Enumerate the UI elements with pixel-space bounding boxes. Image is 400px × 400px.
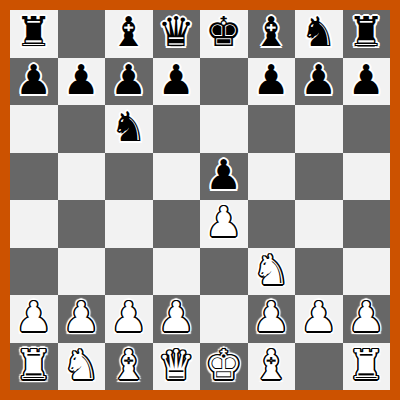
square-c7[interactable]: ♟: [105, 58, 153, 106]
black-rook[interactable]: ♜: [15, 12, 52, 53]
square-e8[interactable]: ♚: [200, 10, 248, 58]
square-d6[interactable]: [153, 105, 201, 153]
black-knight[interactable]: ♞: [300, 12, 337, 53]
square-b2[interactable]: ♟: [58, 295, 106, 343]
square-e3[interactable]: [200, 248, 248, 296]
white-rook[interactable]: ♜: [348, 345, 385, 386]
white-pawn[interactable]: ♟: [158, 297, 195, 338]
square-c5[interactable]: [105, 153, 153, 201]
square-b1[interactable]: ♞: [58, 343, 106, 391]
black-pawn[interactable]: ♟: [205, 155, 242, 196]
board-frame: ♜♝♛♚♝♞♜♟♟♟♟♟♟♟♞♟♟♞♟♟♟♟♟♟♟♜♞♝♛♚♝♜: [0, 0, 400, 400]
white-rook[interactable]: ♜: [15, 345, 52, 386]
square-e1[interactable]: ♚: [200, 343, 248, 391]
square-h8[interactable]: ♜: [343, 10, 391, 58]
black-rook[interactable]: ♜: [348, 12, 385, 53]
square-f5[interactable]: [248, 153, 296, 201]
black-pawn[interactable]: ♟: [300, 60, 337, 101]
white-king[interactable]: ♚: [205, 345, 242, 386]
square-c1[interactable]: ♝: [105, 343, 153, 391]
square-f1[interactable]: ♝: [248, 343, 296, 391]
square-h2[interactable]: ♟: [343, 295, 391, 343]
square-g5[interactable]: [295, 153, 343, 201]
square-h4[interactable]: [343, 200, 391, 248]
black-bishop[interactable]: ♝: [253, 12, 290, 53]
square-h6[interactable]: [343, 105, 391, 153]
square-e7[interactable]: [200, 58, 248, 106]
square-e5[interactable]: ♟: [200, 153, 248, 201]
square-b3[interactable]: [58, 248, 106, 296]
square-g2[interactable]: ♟: [295, 295, 343, 343]
square-d1[interactable]: ♛: [153, 343, 201, 391]
black-pawn[interactable]: ♟: [15, 60, 52, 101]
square-f2[interactable]: ♟: [248, 295, 296, 343]
square-g3[interactable]: [295, 248, 343, 296]
square-d2[interactable]: ♟: [153, 295, 201, 343]
square-e4[interactable]: ♟: [200, 200, 248, 248]
white-pawn[interactable]: ♟: [300, 297, 337, 338]
square-h7[interactable]: ♟: [343, 58, 391, 106]
white-pawn[interactable]: ♟: [110, 297, 147, 338]
square-b8[interactable]: [58, 10, 106, 58]
square-c3[interactable]: [105, 248, 153, 296]
square-f8[interactable]: ♝: [248, 10, 296, 58]
square-e2[interactable]: [200, 295, 248, 343]
square-f4[interactable]: [248, 200, 296, 248]
black-pawn[interactable]: ♟: [110, 60, 147, 101]
square-g8[interactable]: ♞: [295, 10, 343, 58]
square-a6[interactable]: [10, 105, 58, 153]
square-b7[interactable]: ♟: [58, 58, 106, 106]
square-d5[interactable]: [153, 153, 201, 201]
black-pawn[interactable]: ♟: [63, 60, 100, 101]
white-knight[interactable]: ♞: [63, 345, 100, 386]
square-b4[interactable]: [58, 200, 106, 248]
square-c2[interactable]: ♟: [105, 295, 153, 343]
square-h3[interactable]: [343, 248, 391, 296]
white-pawn[interactable]: ♟: [348, 297, 385, 338]
square-g4[interactable]: [295, 200, 343, 248]
square-d4[interactable]: [153, 200, 201, 248]
white-pawn[interactable]: ♟: [205, 202, 242, 243]
square-d3[interactable]: [153, 248, 201, 296]
white-knight[interactable]: ♞: [253, 250, 290, 291]
black-queen[interactable]: ♛: [158, 12, 195, 53]
black-king[interactable]: ♚: [205, 12, 242, 53]
square-e6[interactable]: [200, 105, 248, 153]
square-g6[interactable]: [295, 105, 343, 153]
square-b6[interactable]: [58, 105, 106, 153]
square-h1[interactable]: ♜: [343, 343, 391, 391]
square-a7[interactable]: ♟: [10, 58, 58, 106]
square-a1[interactable]: ♜: [10, 343, 58, 391]
square-a4[interactable]: [10, 200, 58, 248]
square-a8[interactable]: ♜: [10, 10, 58, 58]
square-d7[interactable]: ♟: [153, 58, 201, 106]
chess-board: ♜♝♛♚♝♞♜♟♟♟♟♟♟♟♞♟♟♞♟♟♟♟♟♟♟♜♞♝♛♚♝♜: [10, 10, 390, 390]
square-b5[interactable]: [58, 153, 106, 201]
square-a3[interactable]: [10, 248, 58, 296]
white-pawn[interactable]: ♟: [63, 297, 100, 338]
square-c4[interactable]: [105, 200, 153, 248]
black-pawn[interactable]: ♟: [348, 60, 385, 101]
square-c8[interactable]: ♝: [105, 10, 153, 58]
black-bishop[interactable]: ♝: [110, 12, 147, 53]
square-f6[interactable]: [248, 105, 296, 153]
white-queen[interactable]: ♛: [158, 345, 195, 386]
square-a2[interactable]: ♟: [10, 295, 58, 343]
white-pawn[interactable]: ♟: [15, 297, 52, 338]
square-h5[interactable]: [343, 153, 391, 201]
square-d8[interactable]: ♛: [153, 10, 201, 58]
black-pawn[interactable]: ♟: [253, 60, 290, 101]
square-g7[interactable]: ♟: [295, 58, 343, 106]
black-pawn[interactable]: ♟: [158, 60, 195, 101]
black-knight[interactable]: ♞: [110, 107, 147, 148]
white-bishop[interactable]: ♝: [110, 345, 147, 386]
square-c6[interactable]: ♞: [105, 105, 153, 153]
white-pawn[interactable]: ♟: [253, 297, 290, 338]
square-a5[interactable]: [10, 153, 58, 201]
white-bishop[interactable]: ♝: [253, 345, 290, 386]
square-g1[interactable]: [295, 343, 343, 391]
square-f7[interactable]: ♟: [248, 58, 296, 106]
square-f3[interactable]: ♞: [248, 248, 296, 296]
